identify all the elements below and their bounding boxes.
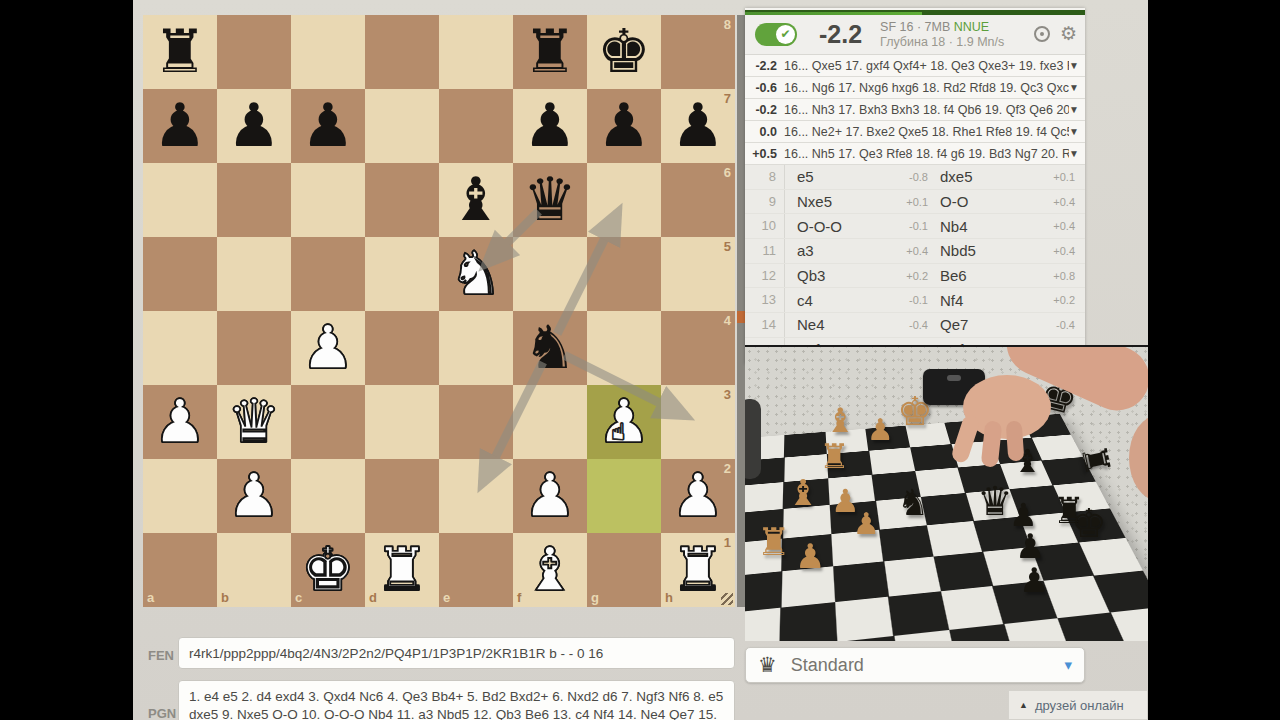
board-square-h3[interactable]: 3 <box>661 385 735 459</box>
rank-label-3: 3 <box>724 388 731 401</box>
gear-icon[interactable]: ⚙ <box>1060 24 1077 43</box>
white-bishop-f1: ♝ <box>513 533 587 607</box>
file-label-d: d <box>369 591 377 604</box>
board-resize-handle[interactable] <box>721 593 733 605</box>
board-square-f5[interactable] <box>513 237 587 311</box>
white-physical-piece: ♝ <box>787 475 819 511</box>
move-row-10[interactable]: 10O-O-O-0.1Nb4+0.4 <box>745 214 1085 239</box>
board-square-c5[interactable] <box>291 237 365 311</box>
board-square-b8[interactable] <box>217 15 291 89</box>
board-square-e3[interactable] <box>439 385 513 459</box>
board-square-a4[interactable] <box>143 311 217 385</box>
white-knight-e5: ♞ <box>439 237 513 311</box>
board-square-h8[interactable]: 8 <box>661 15 735 89</box>
white-pawn-a3: ♟ <box>143 385 217 459</box>
ring-finger <box>1006 420 1025 461</box>
board-square-e2[interactable] <box>439 459 513 533</box>
engine-panel: ✔ -2.2 SF 16 · 7MB NNUE Глубина 18 · 1.9… <box>745 8 1085 364</box>
white-physical-piece: ♜ <box>757 523 791 561</box>
board-square-c4[interactable]: ♟ <box>291 311 365 385</box>
board-square-c6[interactable] <box>291 163 365 237</box>
board-square-a3[interactable]: ♟ <box>143 385 217 459</box>
black-pawn-f7: ♟ <box>513 89 587 163</box>
board-square-a1[interactable]: a <box>143 533 217 607</box>
board-square-a7[interactable]: ♟ <box>143 89 217 163</box>
file-label-c: c <box>295 591 302 604</box>
engine-line-2[interactable]: -0.616... Ng6 17. Nxg6 hxg6 18. Rd2 Rfd8… <box>745 77 1085 99</box>
pgn-input[interactable]: 1. e4 e5 2. d4 exd4 3. Qxd4 Nc6 4. Qe3 B… <box>178 680 735 720</box>
board-square-g3[interactable]: ♟ <box>587 385 661 459</box>
friends-online-label: друзей онлайн <box>1035 698 1124 713</box>
rank-label-5: 5 <box>724 240 731 253</box>
board-square-g1[interactable]: g <box>587 533 661 607</box>
board-square-d7[interactable] <box>365 89 439 163</box>
white-queen-b3: ♛ <box>217 385 291 459</box>
board-square-h2[interactable]: ♟2 <box>661 459 735 533</box>
black-bishop-e6: ♝ <box>439 163 513 237</box>
webcam-video[interactable]: ♝♟♚♜♝♟♟♜♟♞♝♛♟♜♚♟♟♚♜ <box>745 345 1148 641</box>
board-square-c8[interactable] <box>291 15 365 89</box>
arm-shadow <box>745 399 761 479</box>
scroll-marker <box>737 311 745 323</box>
board-square-f8[interactable]: ♜ <box>513 15 587 89</box>
move-row-8[interactable]: 8e5-0.8dxe5+0.1 <box>745 165 1085 190</box>
rank-label-8: 8 <box>724 18 731 31</box>
black-physical-piece: ♛ <box>977 481 1013 521</box>
board-square-e8[interactable] <box>439 15 513 89</box>
board-square-g6[interactable] <box>587 163 661 237</box>
variant-selector[interactable]: ♛ Standard ▾ <box>745 647 1085 683</box>
chess-board[interactable]: ♜♜♚8♟♟♟♟♟♟7♝♛6♞5♟♞4♟♛♟3♟♟♟2ab♚c♜de♝fg♜1h <box>143 15 735 607</box>
engine-line-5[interactable]: +0.516... Nh5 17. Qe3 Rfe8 18. f4 g6 19.… <box>745 143 1085 165</box>
board-square-b6[interactable] <box>217 163 291 237</box>
board-square-e7[interactable] <box>439 89 513 163</box>
friends-online-bar[interactable]: ▲ друзей онлайн <box>1008 690 1148 720</box>
board-square-d4[interactable] <box>365 311 439 385</box>
board-square-f7[interactable]: ♟ <box>513 89 587 163</box>
black-physical-piece: ♞ <box>897 485 929 521</box>
black-king-g8: ♚ <box>587 15 661 89</box>
board-square-h6[interactable]: 6 <box>661 163 735 237</box>
engine-depth: Глубина 18 · 1.9 Mn/s <box>880 35 1004 50</box>
board-square-c7[interactable]: ♟ <box>291 89 365 163</box>
engine-lines: -2.216... Qxe5 17. gxf4 Qxf4+ 18. Qe3 Qx… <box>745 55 1085 165</box>
engine-name: SF 16 · 7MB NNUE <box>880 20 1004 35</box>
board-square-a2[interactable] <box>143 459 217 533</box>
board-square-b2[interactable]: ♟ <box>217 459 291 533</box>
white-pawn-c4: ♟ <box>291 311 365 385</box>
file-label-f: f <box>517 591 521 604</box>
engine-line-4[interactable]: 0.016... Ne2+ 17. Bxe2 Qxe5 18. Rhe1 Rfe… <box>745 121 1085 143</box>
engine-progress-bar <box>745 8 1085 15</box>
board-square-c2[interactable] <box>291 459 365 533</box>
move-row-9[interactable]: 9Nxe5+0.1O-O+0.4 <box>745 190 1085 215</box>
white-physical-piece: ♝ <box>825 403 855 437</box>
app-stage: ♜♜♚8♟♟♟♟♟♟7♝♛6♞5♟♞4♟♛♟3♟♟♟2ab♚c♜de♝fg♜1h… <box>0 0 1280 720</box>
white-physical-piece: ♜ <box>819 439 849 473</box>
file-label-h: h <box>665 591 673 604</box>
engine-line-1[interactable]: -2.216... Qxe5 17. gxf4 Qxf4+ 18. Qe3 Qx… <box>745 55 1085 77</box>
board-square-b3[interactable]: ♛ <box>217 385 291 459</box>
board-square-b5[interactable] <box>217 237 291 311</box>
move-row-14[interactable]: 14Ne4-0.4Qe7-0.4 <box>745 313 1085 338</box>
black-pawn-g7: ♟ <box>587 89 661 163</box>
board-square-h4[interactable]: 4 <box>661 311 735 385</box>
board-square-e4[interactable] <box>439 311 513 385</box>
board-square-a6[interactable] <box>143 163 217 237</box>
rank-label-2: 2 <box>724 462 731 475</box>
black-pawn-b7: ♟ <box>217 89 291 163</box>
board-square-g5[interactable] <box>587 237 661 311</box>
move-row-13[interactable]: 13c4-0.1Nf4+0.2 <box>745 288 1085 313</box>
board-square-d2[interactable] <box>365 459 439 533</box>
crown-icon: ♛ <box>758 653 777 677</box>
fen-label: FEN <box>148 648 174 663</box>
board-scrollbar[interactable] <box>737 15 745 607</box>
toggle-check-icon: ✔ <box>776 25 795 44</box>
variant-caret-icon: ▾ <box>1064 656 1072 674</box>
board-square-f2[interactable]: ♟ <box>513 459 587 533</box>
engine-evaluation: -2.2 <box>819 20 862 49</box>
move-row-11[interactable]: 11a3+0.4Nbd5+0.4 <box>745 239 1085 264</box>
board-square-c1[interactable]: ♚c <box>291 533 365 607</box>
expand-up-icon: ▲ <box>1019 700 1028 710</box>
expand-line-icon[interactable]: ▼ <box>1069 104 1085 115</box>
board-square-g7[interactable]: ♟ <box>587 89 661 163</box>
expand-line-icon[interactable]: ▼ <box>1069 126 1085 137</box>
fen-input[interactable]: r4rk1/ppp2ppp/4bq2/4N3/2P2n2/PQ4P1/1P3P1… <box>178 637 735 669</box>
white-physical-piece: ♟ <box>853 509 880 539</box>
board-square-e1[interactable]: e <box>439 533 513 607</box>
black-queen-f6: ♛ <box>513 163 587 237</box>
black-physical-piece: ♟ <box>1019 563 1049 597</box>
board-square-d1[interactable]: ♜d <box>365 533 439 607</box>
white-physical-piece: ♟ <box>867 415 894 445</box>
board-square-b4[interactable] <box>217 311 291 385</box>
board-square-a5[interactable] <box>143 237 217 311</box>
board-square-f3[interactable] <box>513 385 587 459</box>
board-square-d3[interactable] <box>365 385 439 459</box>
file-label-a: a <box>147 591 154 604</box>
board-square-h7[interactable]: ♟7 <box>661 89 735 163</box>
engine-toggle[interactable]: ✔ <box>755 23 797 46</box>
move-table: 8e5-0.8dxe5+0.19Nxe5+0.1O-O+0.410O-O-O-0… <box>745 165 1085 363</box>
file-label-e: e <box>443 591 450 604</box>
expand-line-icon[interactable]: ▼ <box>1069 60 1085 71</box>
board-square-g8[interactable]: ♚ <box>587 15 661 89</box>
board-square-f4[interactable]: ♞ <box>513 311 587 385</box>
board-square-g2[interactable] <box>587 459 661 533</box>
board-square-e5[interactable]: ♞ <box>439 237 513 311</box>
white-pawn-b2: ♟ <box>217 459 291 533</box>
white-physical-piece: ♟ <box>795 539 825 573</box>
board-square-b7[interactable]: ♟ <box>217 89 291 163</box>
white-pawn-g3: ♟ <box>587 385 661 459</box>
pgn-label: PGN <box>148 706 176 720</box>
engine-header: ✔ -2.2 SF 16 · 7MB NNUE Глубина 18 · 1.9… <box>745 15 1085 55</box>
board-square-d5[interactable] <box>365 237 439 311</box>
black-physical-piece: ♟ <box>1015 529 1045 563</box>
white-pawn-f2: ♟ <box>513 459 587 533</box>
board-square-d8[interactable] <box>365 15 439 89</box>
board-square-d6[interactable] <box>365 163 439 237</box>
rank-label-6: 6 <box>724 166 731 179</box>
move-row-12[interactable]: 12Qb3+0.2Be6+0.8 <box>745 264 1085 289</box>
engine-line-3[interactable]: -0.216... Nh3 17. Bxh3 Bxh3 18. f4 Qb6 1… <box>745 99 1085 121</box>
file-label-g: g <box>591 591 599 604</box>
board-square-g4[interactable] <box>587 311 661 385</box>
expand-line-icon[interactable]: ▼ <box>1069 148 1085 159</box>
file-label-b: b <box>221 591 229 604</box>
board-square-f6[interactable]: ♛ <box>513 163 587 237</box>
board-square-b1[interactable]: b <box>217 533 291 607</box>
rank-label-7: 7 <box>724 92 731 105</box>
black-rook-f8: ♜ <box>513 15 587 89</box>
rank-label-1: 1 <box>724 536 731 549</box>
black-pawn-a7: ♟ <box>143 89 217 163</box>
variant-label: Standard <box>791 655 1065 676</box>
main-page: ♜♜♚8♟♟♟♟♟♟7♝♛6♞5♟♞4♟♛♟3♟♟♟2ab♚c♜de♝fg♜1h… <box>133 0 1148 720</box>
board-square-h5[interactable]: 5 <box>661 237 735 311</box>
black-pawn-c7: ♟ <box>291 89 365 163</box>
black-physical-piece: ♚ <box>1071 503 1107 543</box>
black-rook-a8: ♜ <box>143 15 217 89</box>
expand-line-icon[interactable]: ▼ <box>1069 82 1085 93</box>
board-square-c3[interactable] <box>291 385 365 459</box>
board-square-e6[interactable]: ♝ <box>439 163 513 237</box>
board-square-f1[interactable]: ♝f <box>513 533 587 607</box>
rank-label-4: 4 <box>724 314 731 327</box>
locate-icon[interactable] <box>1034 26 1050 42</box>
board-square-a8[interactable]: ♜ <box>143 15 217 89</box>
black-knight-f4: ♞ <box>513 311 587 385</box>
